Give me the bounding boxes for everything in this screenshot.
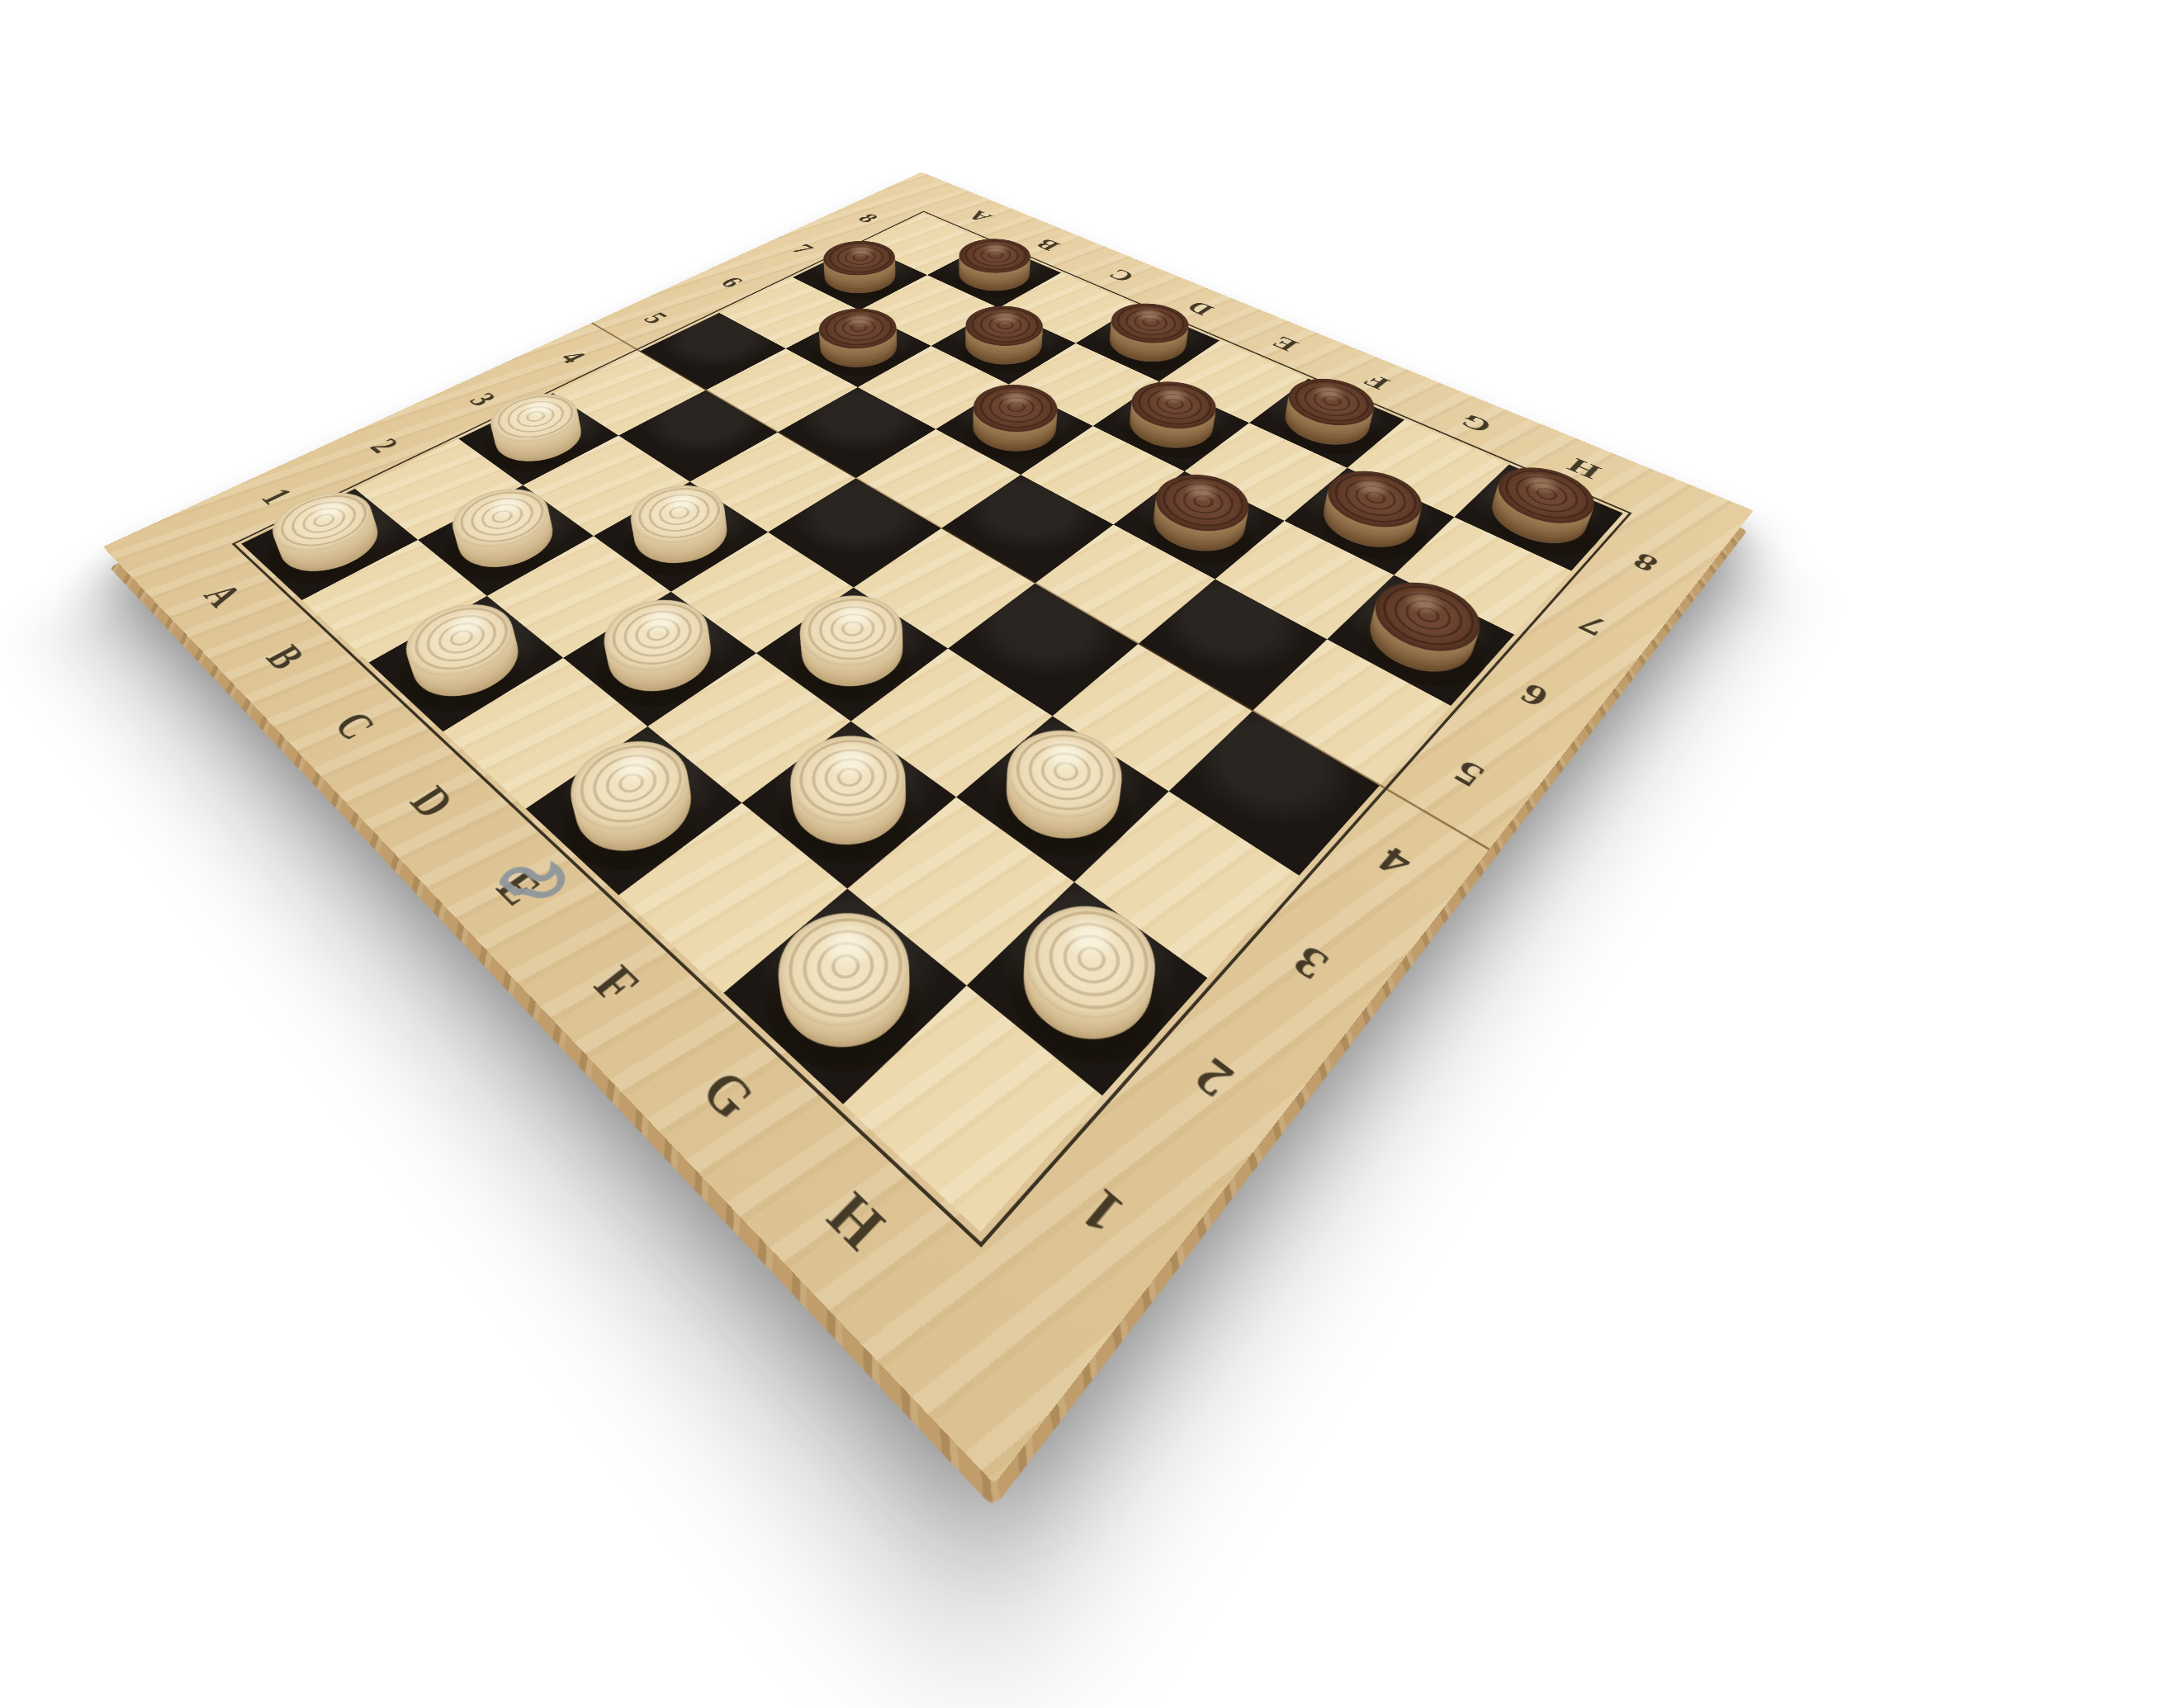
piece-light-g3[interactable] bbox=[983, 736, 1141, 859]
board-face: AA88BB77CC66DD55EE44FF33GG22HH11 bbox=[103, 172, 1754, 1483]
checkers-board: AA88BB77CC66DD55EE44FF33GG22HH11 bbox=[103, 172, 1754, 1483]
piece-dark-f8[interactable] bbox=[1269, 389, 1385, 455]
piece-light-f2[interactable] bbox=[770, 740, 929, 864]
piece-dark-d6[interactable] bbox=[956, 395, 1073, 462]
piece-light-b2[interactable] bbox=[441, 499, 571, 581]
piece-light-a1[interactable] bbox=[264, 502, 396, 584]
piece-dark-a7[interactable] bbox=[810, 253, 910, 301]
piece-light-c3[interactable] bbox=[616, 494, 746, 576]
piece-dark-g7[interactable] bbox=[1306, 480, 1433, 560]
piece-dark-d8[interactable] bbox=[1094, 315, 1201, 371]
photo-scene: AA88BB77CC66DD55EE44FF33GG22HH11 bbox=[0, 0, 2179, 1708]
pieces-layer bbox=[241, 214, 1623, 1233]
piece-dark-c7[interactable] bbox=[950, 317, 1057, 374]
piece-dark-b8[interactable] bbox=[945, 250, 1044, 299]
piece-dark-f6[interactable] bbox=[1135, 484, 1262, 564]
piece-light-c1[interactable] bbox=[394, 612, 538, 712]
piece-light-h2[interactable] bbox=[997, 906, 1177, 1065]
piece-light-e1[interactable] bbox=[553, 746, 714, 872]
piece-dark-e7[interactable] bbox=[1113, 392, 1229, 459]
piece-light-e3[interactable] bbox=[781, 603, 924, 703]
piece-light-d2[interactable] bbox=[588, 608, 732, 707]
piece-dark-h6[interactable] bbox=[1351, 590, 1490, 688]
piece-dark-b6[interactable] bbox=[804, 319, 912, 376]
